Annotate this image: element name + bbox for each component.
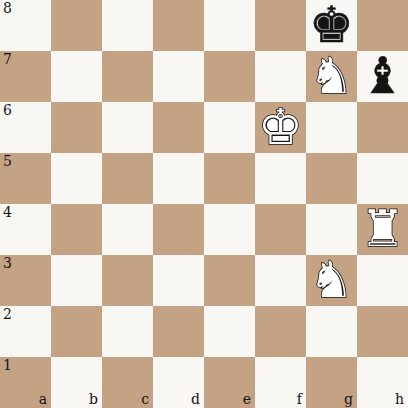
square-b6[interactable]: [51, 102, 102, 153]
square-e7[interactable]: [204, 51, 255, 102]
square-e8[interactable]: [204, 0, 255, 51]
square-a8[interactable]: [0, 0, 51, 51]
square-c3[interactable]: [102, 255, 153, 306]
piece-white-rook-h4[interactable]: ♜: [360, 204, 405, 255]
square-b7[interactable]: [51, 51, 102, 102]
square-h1[interactable]: [357, 357, 408, 408]
square-h5[interactable]: [357, 153, 408, 204]
square-a3[interactable]: [0, 255, 51, 306]
piece-white-knight-g3[interactable]: ♞: [309, 255, 354, 306]
square-h4[interactable]: ♜: [357, 204, 408, 255]
square-f5[interactable]: [255, 153, 306, 204]
square-b1[interactable]: [51, 357, 102, 408]
square-c5[interactable]: [102, 153, 153, 204]
square-g2[interactable]: [306, 306, 357, 357]
square-f4[interactable]: [255, 204, 306, 255]
square-h7[interactable]: ♝: [357, 51, 408, 102]
piece-black-king-g8[interactable]: ♚: [309, 0, 354, 51]
square-c4[interactable]: [102, 204, 153, 255]
square-f7[interactable]: [255, 51, 306, 102]
square-f1[interactable]: [255, 357, 306, 408]
square-c7[interactable]: [102, 51, 153, 102]
square-f6[interactable]: ♚: [255, 102, 306, 153]
chess-board: ♚♞♝♚♜♞: [0, 0, 408, 408]
square-h6[interactable]: [357, 102, 408, 153]
square-c1[interactable]: [102, 357, 153, 408]
square-e1[interactable]: [204, 357, 255, 408]
square-g3[interactable]: ♞: [306, 255, 357, 306]
square-d8[interactable]: [153, 0, 204, 51]
square-f8[interactable]: [255, 0, 306, 51]
square-g6[interactable]: [306, 102, 357, 153]
square-d5[interactable]: [153, 153, 204, 204]
square-f2[interactable]: [255, 306, 306, 357]
square-g1[interactable]: [306, 357, 357, 408]
square-g7[interactable]: ♞: [306, 51, 357, 102]
square-b3[interactable]: [51, 255, 102, 306]
square-e4[interactable]: [204, 204, 255, 255]
piece-white-king-f6[interactable]: ♚: [258, 102, 303, 153]
square-b2[interactable]: [51, 306, 102, 357]
square-b4[interactable]: [51, 204, 102, 255]
square-a1[interactable]: [0, 357, 51, 408]
square-d2[interactable]: [153, 306, 204, 357]
square-h8[interactable]: [357, 0, 408, 51]
square-b8[interactable]: [51, 0, 102, 51]
square-d4[interactable]: [153, 204, 204, 255]
square-a7[interactable]: [0, 51, 51, 102]
square-f3[interactable]: [255, 255, 306, 306]
square-g4[interactable]: [306, 204, 357, 255]
square-c2[interactable]: [102, 306, 153, 357]
square-a5[interactable]: [0, 153, 51, 204]
square-a2[interactable]: [0, 306, 51, 357]
piece-white-knight-g7[interactable]: ♞: [309, 51, 354, 102]
square-a4[interactable]: [0, 204, 51, 255]
square-e2[interactable]: [204, 306, 255, 357]
square-a6[interactable]: [0, 102, 51, 153]
chessboard-stage: ♚♞♝♚♜♞ 87654321abcdefgh: [0, 0, 408, 408]
square-h3[interactable]: [357, 255, 408, 306]
square-d3[interactable]: [153, 255, 204, 306]
square-c8[interactable]: [102, 0, 153, 51]
square-d6[interactable]: [153, 102, 204, 153]
square-d7[interactable]: [153, 51, 204, 102]
piece-black-bishop-h7[interactable]: ♝: [360, 51, 405, 102]
square-e6[interactable]: [204, 102, 255, 153]
square-d1[interactable]: [153, 357, 204, 408]
square-b5[interactable]: [51, 153, 102, 204]
square-g8[interactable]: ♚: [306, 0, 357, 51]
square-e5[interactable]: [204, 153, 255, 204]
square-e3[interactable]: [204, 255, 255, 306]
square-c6[interactable]: [102, 102, 153, 153]
square-g5[interactable]: [306, 153, 357, 204]
square-h2[interactable]: [357, 306, 408, 357]
